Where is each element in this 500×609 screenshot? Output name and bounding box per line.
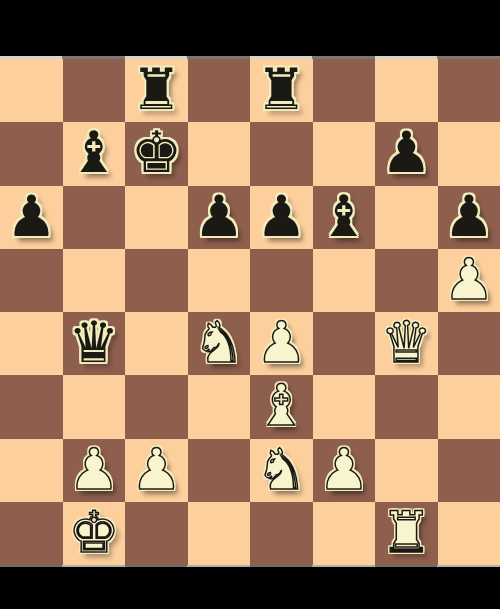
square-a8[interactable] <box>0 59 63 122</box>
square-d6[interactable]: ♟ <box>188 186 251 249</box>
square-h5[interactable]: ♟ <box>438 249 500 312</box>
square-d1[interactable] <box>188 502 251 565</box>
square-a1[interactable] <box>0 502 63 565</box>
square-f4[interactable] <box>313 312 376 375</box>
square-c3[interactable] <box>125 375 188 438</box>
black-pawn[interactable]: ♟ <box>6 188 57 245</box>
square-g6[interactable] <box>375 186 438 249</box>
square-a5[interactable] <box>0 249 63 312</box>
square-d5[interactable] <box>188 249 251 312</box>
black-pawn[interactable]: ♟ <box>193 188 244 245</box>
square-c8[interactable]: ♜ <box>125 59 188 122</box>
page-background: ♜♜♝♚♟♟♟♟♝♟♟♛♞♟♛♝♟♟♞♟♚♜ <box>0 0 500 609</box>
square-b4[interactable]: ♛ <box>63 312 126 375</box>
white-pawn[interactable]: ♟ <box>131 441 182 498</box>
square-f3[interactable] <box>313 375 376 438</box>
square-c6[interactable] <box>125 186 188 249</box>
black-pawn[interactable]: ♟ <box>256 188 307 245</box>
square-c1[interactable] <box>125 502 188 565</box>
black-queen[interactable]: ♛ <box>68 314 119 371</box>
white-pawn[interactable]: ♟ <box>256 314 307 371</box>
black-bishop[interactable]: ♝ <box>318 188 369 245</box>
square-c2[interactable]: ♟ <box>125 439 188 502</box>
square-f8[interactable] <box>313 59 376 122</box>
square-f6[interactable]: ♝ <box>313 186 376 249</box>
top-black-margin <box>0 0 500 56</box>
square-h2[interactable] <box>438 439 500 502</box>
square-f7[interactable] <box>313 122 376 185</box>
square-b3[interactable] <box>63 375 126 438</box>
white-knight[interactable]: ♞ <box>256 441 307 498</box>
square-d7[interactable] <box>188 122 251 185</box>
square-a2[interactable] <box>0 439 63 502</box>
square-h3[interactable] <box>438 375 500 438</box>
white-queen[interactable]: ♛ <box>381 314 432 371</box>
black-pawn[interactable]: ♟ <box>443 188 494 245</box>
square-b8[interactable] <box>63 59 126 122</box>
square-b2[interactable]: ♟ <box>63 439 126 502</box>
square-g7[interactable]: ♟ <box>375 122 438 185</box>
square-a3[interactable] <box>0 375 63 438</box>
black-pawn[interactable]: ♟ <box>381 124 432 181</box>
square-g3[interactable] <box>375 375 438 438</box>
chess-board[interactable]: ♜♜♝♚♟♟♟♟♝♟♟♛♞♟♛♝♟♟♞♟♚♜ <box>0 59 500 565</box>
square-e2[interactable]: ♞ <box>250 439 313 502</box>
square-d2[interactable] <box>188 439 251 502</box>
white-pawn[interactable]: ♟ <box>318 441 369 498</box>
square-c7[interactable]: ♚ <box>125 122 188 185</box>
square-f5[interactable] <box>313 249 376 312</box>
bottom-black-margin <box>0 567 500 609</box>
square-b6[interactable] <box>63 186 126 249</box>
square-e8[interactable]: ♜ <box>250 59 313 122</box>
square-e6[interactable]: ♟ <box>250 186 313 249</box>
white-pawn[interactable]: ♟ <box>443 251 494 308</box>
square-c4[interactable] <box>125 312 188 375</box>
square-d3[interactable] <box>188 375 251 438</box>
square-e1[interactable] <box>250 502 313 565</box>
white-knight[interactable]: ♞ <box>193 314 244 371</box>
square-g2[interactable] <box>375 439 438 502</box>
white-pawn[interactable]: ♟ <box>68 441 119 498</box>
square-e4[interactable]: ♟ <box>250 312 313 375</box>
square-g1[interactable]: ♜ <box>375 502 438 565</box>
white-king[interactable]: ♚ <box>68 504 119 561</box>
black-bishop[interactable]: ♝ <box>68 124 119 181</box>
square-g5[interactable] <box>375 249 438 312</box>
white-bishop[interactable]: ♝ <box>256 377 307 434</box>
square-d4[interactable]: ♞ <box>188 312 251 375</box>
white-rook[interactable]: ♜ <box>381 504 432 561</box>
black-king[interactable]: ♚ <box>131 124 182 181</box>
square-h7[interactable] <box>438 122 500 185</box>
square-b1[interactable]: ♚ <box>63 502 126 565</box>
square-a7[interactable] <box>0 122 63 185</box>
square-e5[interactable] <box>250 249 313 312</box>
black-rook[interactable]: ♜ <box>256 61 307 118</box>
square-a6[interactable]: ♟ <box>0 186 63 249</box>
square-f1[interactable] <box>313 502 376 565</box>
square-d8[interactable] <box>188 59 251 122</box>
square-h4[interactable] <box>438 312 500 375</box>
black-rook[interactable]: ♜ <box>131 61 182 118</box>
square-e3[interactable]: ♝ <box>250 375 313 438</box>
square-b5[interactable] <box>63 249 126 312</box>
square-g4[interactable]: ♛ <box>375 312 438 375</box>
square-c5[interactable] <box>125 249 188 312</box>
square-a4[interactable] <box>0 312 63 375</box>
square-h1[interactable] <box>438 502 500 565</box>
square-h8[interactable] <box>438 59 500 122</box>
square-f2[interactable]: ♟ <box>313 439 376 502</box>
square-h6[interactable]: ♟ <box>438 186 500 249</box>
square-e7[interactable] <box>250 122 313 185</box>
square-b7[interactable]: ♝ <box>63 122 126 185</box>
square-g8[interactable] <box>375 59 438 122</box>
